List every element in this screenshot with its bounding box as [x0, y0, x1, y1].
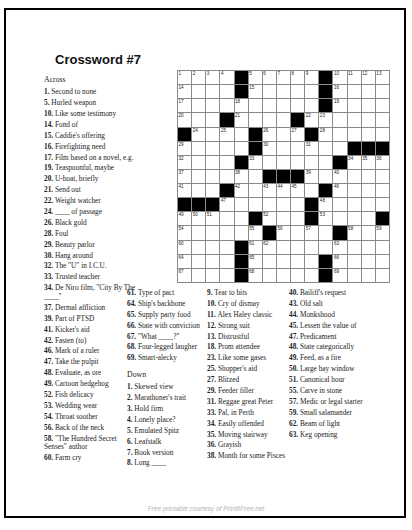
- cell-number: 20: [179, 113, 184, 118]
- grid-cell[interactable]: [305, 241, 318, 254]
- grid-cell[interactable]: [376, 269, 389, 282]
- black-cell: [235, 156, 248, 169]
- grid-cell[interactable]: 42: [235, 184, 248, 197]
- black-cell: [319, 255, 332, 268]
- cell-number: 45: [292, 184, 297, 189]
- grid-cell[interactable]: 57: [305, 226, 318, 239]
- clue-item: 1. Second to none: [44, 88, 136, 97]
- grid-cell[interactable]: [263, 269, 276, 282]
- grid-cell[interactable]: 58: [348, 226, 361, 239]
- cell-number: 48: [320, 198, 325, 203]
- clue-text: Cartoon hedgehog: [55, 379, 109, 388]
- grid-cell[interactable]: [291, 226, 304, 239]
- grid-cell[interactable]: [348, 212, 361, 225]
- grid-cell[interactable]: 46: [333, 184, 346, 197]
- grid-cell[interactable]: [220, 255, 233, 268]
- grid-cell[interactable]: 48: [319, 198, 332, 211]
- grid-cell[interactable]: [362, 198, 375, 211]
- clue-item: 10. Like some testimony: [44, 110, 136, 119]
- black-cell: [192, 198, 205, 211]
- grid-cell[interactable]: [305, 269, 318, 282]
- grid-cell[interactable]: [362, 128, 375, 141]
- grid-cell[interactable]: 15: [249, 85, 262, 98]
- black-cell: [319, 71, 332, 84]
- grid-cell[interactable]: 61: [249, 241, 262, 254]
- grid-cell[interactable]: 1: [178, 71, 191, 84]
- grid-cell[interactable]: [291, 212, 304, 225]
- grid-cell[interactable]: [376, 128, 389, 141]
- clue-text: Monkshood: [300, 310, 335, 319]
- black-cell: [319, 184, 332, 197]
- clue-item: 3. Hold firm: [127, 405, 204, 414]
- grid-cell[interactable]: [206, 241, 219, 254]
- clue-number: 39.: [44, 314, 55, 323]
- grid-cell[interactable]: 5: [249, 71, 262, 84]
- grid-cell[interactable]: [348, 241, 361, 254]
- grid-cell[interactable]: [319, 142, 332, 155]
- cell-number: 55: [249, 226, 254, 231]
- grid-cell[interactable]: [192, 99, 205, 112]
- grid-cell[interactable]: [206, 269, 219, 282]
- grid-cell[interactable]: 55: [249, 226, 262, 239]
- clue-number: 47.: [289, 332, 300, 341]
- clue-text: Caddie's offering: [55, 131, 105, 140]
- grid-cell[interactable]: [376, 85, 389, 98]
- grid-cell[interactable]: 4: [220, 71, 233, 84]
- grid-cell[interactable]: 30: [263, 142, 276, 155]
- grid-cell[interactable]: [220, 99, 233, 112]
- grid-cell[interactable]: [333, 142, 346, 155]
- grid-cell[interactable]: [263, 255, 276, 268]
- grid-cell[interactable]: [277, 156, 290, 169]
- grid-cell[interactable]: 68: [249, 269, 262, 282]
- grid-cell[interactable]: 19: [333, 99, 346, 112]
- clue-text: Farm cry: [55, 453, 82, 462]
- grid-cell[interactable]: 22: [305, 113, 318, 126]
- grid-cell[interactable]: 21: [235, 113, 248, 126]
- grid-cell[interactable]: [348, 170, 361, 183]
- grid-cell[interactable]: [249, 170, 262, 183]
- grid-cell[interactable]: [362, 241, 375, 254]
- grid-cell[interactable]: 26: [263, 128, 276, 141]
- grid-cell[interactable]: 45: [291, 184, 304, 197]
- clue-text: Firefighting need: [55, 142, 105, 151]
- page-title: Crossword #7: [55, 52, 141, 67]
- grid-cell[interactable]: 3: [206, 71, 219, 84]
- grid-cell[interactable]: [192, 269, 205, 282]
- grid-cell[interactable]: [348, 269, 361, 282]
- clue-item: 28. Foul: [44, 230, 136, 239]
- black-cell: [376, 212, 389, 225]
- clue-number: 14.: [44, 120, 55, 129]
- across-clue-list: 1. Second to none5. Hurled weapon10. Lik…: [44, 88, 136, 463]
- down-clue-list-continued: 40. Bailiff's request43. Old salt44. Mon…: [289, 289, 392, 439]
- grid-cell[interactable]: [291, 156, 304, 169]
- grid-cell[interactable]: [263, 85, 276, 98]
- black-cell: [249, 142, 262, 155]
- clue-text: State categorically: [300, 342, 354, 351]
- grid-cell[interactable]: [220, 269, 233, 282]
- clue-number: 49.: [289, 353, 300, 362]
- grid-cell[interactable]: [263, 156, 276, 169]
- grid-cell[interactable]: [376, 198, 389, 211]
- black-cell: [235, 85, 248, 98]
- grid-cell[interactable]: 63: [333, 241, 346, 254]
- grid-cell[interactable]: 17: [178, 99, 191, 112]
- grid-cell[interactable]: [235, 128, 248, 141]
- clue-item: 55. Carve in stone: [289, 387, 392, 396]
- clue-text: Prom attendee: [218, 342, 260, 351]
- crossword-grid: 1234567891011121314151617181920212223242…: [177, 70, 390, 283]
- grid-cell[interactable]: 47: [220, 198, 233, 211]
- grid-cell[interactable]: [305, 156, 318, 169]
- clue-text: De Niro film, "City By The ____": [44, 283, 135, 301]
- grid-cell[interactable]: [192, 156, 205, 169]
- grid-cell[interactable]: [348, 99, 361, 112]
- grid-cell[interactable]: [319, 226, 332, 239]
- clue-item: 51. Canonical hour: [289, 376, 392, 385]
- clue-text: Like some testimony: [55, 109, 116, 118]
- cell-number: 56: [277, 226, 282, 231]
- grid-cell[interactable]: [206, 85, 219, 98]
- grid-cell[interactable]: [249, 184, 262, 197]
- grid-cell[interactable]: [206, 142, 219, 155]
- grid-cell[interactable]: [220, 170, 233, 183]
- clue-item: 10. Cry of dismay: [207, 300, 294, 309]
- grid-cell[interactable]: [333, 128, 346, 141]
- grid-cell[interactable]: 36: [376, 156, 389, 169]
- grid-cell[interactable]: 51: [206, 212, 219, 225]
- clue-item: 2. Marathoner's trait: [127, 394, 204, 403]
- grid-cell[interactable]: 29: [178, 142, 191, 155]
- grid-cell[interactable]: 50: [192, 212, 205, 225]
- grid-cell[interactable]: [362, 255, 375, 268]
- grid-cell[interactable]: [348, 128, 361, 141]
- grid-cell[interactable]: [206, 113, 219, 126]
- grid-cell[interactable]: [192, 170, 205, 183]
- grid-cell[interactable]: [263, 113, 276, 126]
- grid-cell[interactable]: 25: [220, 128, 233, 141]
- clue-number: 52.: [44, 390, 55, 399]
- grid-cell[interactable]: 64: [178, 255, 191, 268]
- cell-number: 65: [249, 255, 254, 260]
- grid-cell[interactable]: 11: [348, 71, 361, 84]
- grid-cell[interactable]: [305, 85, 318, 98]
- across-header: Across: [44, 76, 136, 85]
- grid-cell[interactable]: [348, 85, 361, 98]
- clue-text: Moving stairway: [218, 430, 268, 439]
- grid-cell[interactable]: 56: [277, 226, 290, 239]
- clue-item: 34. De Niro film, "City By The ____": [44, 284, 136, 301]
- clue-text: Cry of dismay: [218, 299, 260, 308]
- grid-cell[interactable]: [277, 241, 290, 254]
- grid-cell[interactable]: 41: [178, 184, 191, 197]
- grid-cell[interactable]: 13: [376, 71, 389, 84]
- grid-cell[interactable]: [220, 85, 233, 98]
- clue-number: 50.: [289, 364, 300, 373]
- grid-cell[interactable]: [348, 113, 361, 126]
- grid-cell[interactable]: 27: [291, 128, 304, 141]
- grid-cell[interactable]: [220, 226, 233, 239]
- clue-text: Beauty parlor: [55, 240, 95, 249]
- cell-number: 44: [277, 184, 282, 189]
- black-cell: [376, 142, 389, 155]
- clue-number: 48.: [44, 368, 55, 377]
- down-clue-list-continued: 9. Tear to bits10. Cry of dismay11. Alex…: [207, 289, 294, 461]
- grid-cell[interactable]: 20: [178, 113, 191, 126]
- grid-cell[interactable]: 69: [333, 269, 346, 282]
- clue-number: 60.: [44, 453, 55, 462]
- grid-cell[interactable]: 60: [178, 241, 191, 254]
- clue-item: 60. Farm cry: [44, 454, 136, 463]
- grid-cell[interactable]: [192, 113, 205, 126]
- grid-cell[interactable]: [220, 241, 233, 254]
- grid-cell[interactable]: [192, 255, 205, 268]
- grid-cell[interactable]: 39: [305, 170, 318, 183]
- grid-cell[interactable]: 7: [277, 71, 290, 84]
- grid-cell[interactable]: 62: [263, 241, 276, 254]
- grid-cell[interactable]: [376, 99, 389, 112]
- clue-item: 40. Bailiff's request: [289, 289, 392, 298]
- grid-cell[interactable]: 12: [362, 71, 375, 84]
- cell-number: 7: [277, 71, 280, 76]
- clue-item: 16. Firefighting need: [44, 143, 136, 152]
- clue-item: 56. Back of the neck: [44, 424, 136, 433]
- grid-cell[interactable]: [362, 99, 375, 112]
- clue-text: Grayish: [218, 440, 241, 449]
- grid-cell[interactable]: [362, 170, 375, 183]
- clue-text: Hold firm: [134, 404, 163, 413]
- grid-cell[interactable]: [192, 241, 205, 254]
- grid-cell[interactable]: 44: [277, 184, 290, 197]
- cell-number: 6: [263, 71, 266, 76]
- clue-item: 38. Month for some Pisces: [207, 452, 294, 461]
- clue-item: 6. Leafstalk: [127, 438, 204, 447]
- clue-number: 37.: [44, 303, 55, 312]
- cell-number: 58: [348, 226, 353, 231]
- grid-cell[interactable]: [291, 85, 304, 98]
- grid-cell[interactable]: [376, 170, 389, 183]
- clue-number: 40.: [289, 288, 300, 297]
- grid-cell[interactable]: [277, 198, 290, 211]
- grid-cell[interactable]: [333, 113, 346, 126]
- clue-item: 5. Emulated Spitz: [127, 427, 204, 436]
- clue-number: 59.: [289, 408, 300, 417]
- grid-cell[interactable]: [319, 156, 332, 169]
- black-cell: [319, 85, 332, 98]
- grid-cell[interactable]: 38: [235, 170, 248, 183]
- grid-cell[interactable]: 43: [263, 184, 276, 197]
- grid-cell[interactable]: [291, 255, 304, 268]
- grid-cell[interactable]: 67: [178, 269, 191, 282]
- grid-cell[interactable]: [206, 170, 219, 183]
- grid-cell[interactable]: [376, 184, 389, 197]
- clue-number: 20.: [44, 174, 55, 183]
- grid-cell[interactable]: [291, 269, 304, 282]
- grid-cell[interactable]: [206, 156, 219, 169]
- grid-cell[interactable]: [305, 184, 318, 197]
- cell-number: 66: [334, 255, 339, 260]
- grid-cell[interactable]: [249, 99, 262, 112]
- grid-cell[interactable]: [220, 142, 233, 155]
- grid-cell[interactable]: [333, 198, 346, 211]
- grid-cell[interactable]: [277, 269, 290, 282]
- clue-text: Alex Haley classic: [218, 310, 273, 319]
- grid-cell[interactable]: 9: [305, 71, 318, 84]
- grid-cell[interactable]: 66: [333, 255, 346, 268]
- grid-cell[interactable]: [277, 128, 290, 141]
- grid-cell[interactable]: [348, 198, 361, 211]
- cell-number: 50: [193, 212, 198, 217]
- grid-cell[interactable]: 8: [291, 71, 304, 84]
- grid-cell[interactable]: [362, 226, 375, 239]
- grid-cell[interactable]: 34: [348, 156, 361, 169]
- grid-cell[interactable]: [235, 226, 248, 239]
- clue-item: 20. U-boat, briefly: [44, 175, 136, 184]
- grid-cell[interactable]: 31: [305, 142, 318, 155]
- clue-number: 21.: [44, 185, 55, 194]
- grid-cell[interactable]: 10: [333, 71, 346, 84]
- clue-number: 11.: [207, 310, 218, 319]
- grid-cell[interactable]: 54: [178, 226, 191, 239]
- clue-text: Bailiff's request: [300, 288, 346, 297]
- grid-cell[interactable]: [362, 269, 375, 282]
- grid-cell[interactable]: [291, 241, 304, 254]
- grid-cell[interactable]: [291, 99, 304, 112]
- grid-cell[interactable]: 16: [333, 85, 346, 98]
- grid-cell[interactable]: [277, 85, 290, 98]
- cell-number: 68: [249, 269, 254, 274]
- clue-number: 47.: [44, 357, 55, 366]
- clue-number: 38.: [207, 451, 218, 460]
- clue-text: Carve in stone: [300, 386, 342, 395]
- clue-item: 23. Like some gases: [207, 354, 294, 363]
- grid-cell[interactable]: [192, 226, 205, 239]
- cell-number: 59: [376, 226, 381, 231]
- grid-cell[interactable]: [362, 184, 375, 197]
- cell-number: 62: [263, 241, 268, 246]
- grid-cell[interactable]: [206, 99, 219, 112]
- clue-number: 46.: [44, 346, 55, 355]
- grid-cell[interactable]: 40: [333, 170, 346, 183]
- cell-number: 37: [179, 170, 184, 175]
- grid-cell[interactable]: [206, 184, 219, 197]
- grid-cell[interactable]: [305, 255, 318, 268]
- cell-number: 4: [221, 71, 224, 76]
- grid-cell[interactable]: 6: [263, 71, 276, 84]
- grid-cell[interactable]: [263, 198, 276, 211]
- grid-cell[interactable]: 23: [319, 113, 332, 126]
- grid-cell[interactable]: 59: [376, 226, 389, 239]
- grid-cell[interactable]: [235, 142, 248, 155]
- clue-text: Easily offended: [218, 419, 264, 428]
- cell-number: 26: [263, 128, 268, 133]
- clue-number: 68.: [127, 342, 138, 351]
- grid-cell[interactable]: [333, 212, 346, 225]
- grid-cell[interactable]: [192, 142, 205, 155]
- grid-cell[interactable]: [376, 113, 389, 126]
- grid-cell[interactable]: 18: [235, 99, 248, 112]
- grid-cell[interactable]: [362, 212, 375, 225]
- clue-text: Type of pact: [138, 288, 174, 297]
- grid-cell[interactable]: [291, 142, 304, 155]
- clue-number: 43.: [289, 299, 300, 308]
- grid-cell[interactable]: [277, 212, 290, 225]
- grid-cell[interactable]: [206, 128, 219, 141]
- black-cell: [249, 128, 262, 141]
- clue-text: Small salamander: [300, 408, 352, 417]
- grid-cell[interactable]: [263, 99, 276, 112]
- grid-cell[interactable]: 49: [178, 212, 191, 225]
- grid-cell[interactable]: [291, 198, 304, 211]
- grid-cell[interactable]: [319, 170, 332, 183]
- clue-text: Second to none: [51, 87, 96, 96]
- grid-cell[interactable]: 2: [192, 71, 205, 84]
- black-cell: [277, 170, 290, 183]
- grid-cell[interactable]: [305, 99, 318, 112]
- clue-text: Emulated Spitz: [134, 426, 179, 435]
- down-clue-list: 1. Skewed view2. Marathoner's trait3. Ho…: [127, 383, 204, 468]
- clue-item: 58. "The Hundred Secret Senses" author: [44, 435, 136, 452]
- grid-cell[interactable]: [277, 113, 290, 126]
- grid-cell[interactable]: 32: [178, 156, 191, 169]
- clue-item: 50. Large bay window: [289, 365, 392, 374]
- clue-item: 45. Lessen the value of: [289, 322, 392, 331]
- grid-cell[interactable]: 53: [319, 212, 332, 225]
- grid-cell[interactable]: 14: [178, 85, 191, 98]
- grid-cell[interactable]: [362, 85, 375, 98]
- grid-cell[interactable]: [348, 255, 361, 268]
- clue-item: 4. Lonely place?: [127, 416, 204, 425]
- grid-cell[interactable]: [220, 156, 233, 169]
- grid-cell[interactable]: 35: [362, 156, 375, 169]
- grid-cell[interactable]: [277, 99, 290, 112]
- clue-text: Fasten (to): [55, 336, 86, 345]
- grid-cell[interactable]: 52: [263, 212, 276, 225]
- grid-cell[interactable]: [362, 113, 375, 126]
- black-cell: [333, 156, 346, 169]
- cell-number: 60: [179, 241, 184, 246]
- clue-item: 63. Keg opening: [289, 431, 392, 440]
- grid-cell[interactable]: [192, 184, 205, 197]
- grid-cell[interactable]: 37: [178, 170, 191, 183]
- grid-cell[interactable]: [277, 255, 290, 268]
- grid-cell[interactable]: [249, 198, 262, 211]
- grid-cell[interactable]: [348, 184, 361, 197]
- grid-cell[interactable]: [235, 212, 248, 225]
- grid-cell[interactable]: 24: [192, 128, 205, 141]
- grid-cell[interactable]: [376, 241, 389, 254]
- clue-text: Trusted teacher: [55, 272, 100, 281]
- grid-cell[interactable]: [192, 85, 205, 98]
- grid-cell[interactable]: 65: [249, 255, 262, 268]
- clue-number: 25.: [207, 364, 218, 373]
- black-cell: [305, 212, 318, 225]
- grid-cell[interactable]: 33: [249, 156, 262, 169]
- clue-text: Lessen the value of: [300, 321, 357, 330]
- grid-cell[interactable]: [277, 142, 290, 155]
- clue-item: 49. Feed, as a fire: [289, 354, 392, 363]
- grid-cell[interactable]: 28: [319, 128, 332, 141]
- grid-cell[interactable]: [235, 198, 248, 211]
- grid-cell[interactable]: [249, 113, 262, 126]
- grid-cell[interactable]: [376, 255, 389, 268]
- clue-item: 48. State categorically: [289, 343, 392, 352]
- grid-cell[interactable]: [319, 241, 332, 254]
- grid-cell[interactable]: [220, 212, 233, 225]
- grid-cell[interactable]: [206, 226, 219, 239]
- grid-cell[interactable]: [206, 255, 219, 268]
